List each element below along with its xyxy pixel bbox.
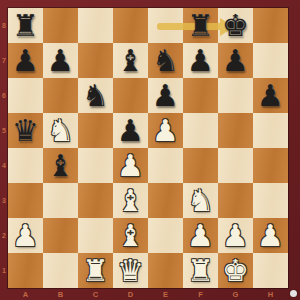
piece-white-king-g1[interactable]: ♚ <box>222 253 249 288</box>
square-b8[interactable] <box>43 8 78 43</box>
square-d4[interactable]: ♟ <box>113 148 148 183</box>
square-a3[interactable] <box>8 183 43 218</box>
square-e1[interactable] <box>148 253 183 288</box>
piece-white-bishop-d3[interactable]: ♝ <box>117 183 144 218</box>
square-h4[interactable] <box>253 148 288 183</box>
piece-black-pawn-a7[interactable]: ♟ <box>12 43 39 78</box>
piece-white-rook-f1[interactable]: ♜ <box>187 253 214 288</box>
square-f6[interactable] <box>183 78 218 113</box>
square-e2[interactable] <box>148 218 183 253</box>
board: ♜♜♚♟♟♝♞♟♟♞♟♟♛♞♟♟♝♟♝♞♟♝♟♟♟♜♛♜♚ <box>8 8 288 288</box>
file-label-b: B <box>43 288 78 300</box>
square-g4[interactable] <box>218 148 253 183</box>
square-h1[interactable] <box>253 253 288 288</box>
square-a2[interactable]: ♟ <box>8 218 43 253</box>
square-a5[interactable]: ♛ <box>8 113 43 148</box>
file-label-e: E <box>148 288 183 300</box>
square-g2[interactable]: ♟ <box>218 218 253 253</box>
square-g8[interactable]: ♚ <box>218 8 253 43</box>
square-c1[interactable]: ♜ <box>78 253 113 288</box>
square-b1[interactable] <box>43 253 78 288</box>
file-label-a: A <box>8 288 43 300</box>
rank-label-1: 1 <box>0 253 8 288</box>
piece-white-knight-f3[interactable]: ♞ <box>187 183 214 218</box>
square-a1[interactable] <box>8 253 43 288</box>
piece-black-king-g8[interactable]: ♚ <box>222 8 249 43</box>
file-label-c: C <box>78 288 113 300</box>
square-d8[interactable] <box>113 8 148 43</box>
piece-black-bishop-b4[interactable]: ♝ <box>47 148 74 183</box>
square-b7[interactable]: ♟ <box>43 43 78 78</box>
square-b4[interactable]: ♝ <box>43 148 78 183</box>
piece-white-pawn-e5[interactable]: ♟ <box>152 113 179 148</box>
piece-white-knight-b5[interactable]: ♞ <box>47 113 74 148</box>
square-d1[interactable]: ♛ <box>113 253 148 288</box>
square-e5[interactable]: ♟ <box>148 113 183 148</box>
piece-black-rook-a8[interactable]: ♜ <box>12 8 39 43</box>
piece-white-pawn-f2[interactable]: ♟ <box>187 218 214 253</box>
square-h5[interactable] <box>253 113 288 148</box>
square-e4[interactable] <box>148 148 183 183</box>
square-d7[interactable]: ♝ <box>113 43 148 78</box>
square-e3[interactable] <box>148 183 183 218</box>
piece-white-pawn-d4[interactable]: ♟ <box>117 148 144 183</box>
rank-label-2: 2 <box>0 218 8 253</box>
rank-label-8: 8 <box>0 8 8 43</box>
square-c2[interactable] <box>78 218 113 253</box>
file-label-d: D <box>113 288 148 300</box>
piece-black-pawn-g7[interactable]: ♟ <box>222 43 249 78</box>
square-c3[interactable] <box>78 183 113 218</box>
piece-black-pawn-h6[interactable]: ♟ <box>257 78 284 113</box>
square-d5[interactable]: ♟ <box>113 113 148 148</box>
piece-black-knight-e7[interactable]: ♞ <box>152 43 179 78</box>
square-c8[interactable] <box>78 8 113 43</box>
piece-white-bishop-d2[interactable]: ♝ <box>117 218 144 253</box>
square-g5[interactable] <box>218 113 253 148</box>
square-b6[interactable] <box>43 78 78 113</box>
square-f7[interactable]: ♟ <box>183 43 218 78</box>
piece-white-rook-c1[interactable]: ♜ <box>82 253 109 288</box>
square-h2[interactable]: ♟ <box>253 218 288 253</box>
piece-black-rook-f8[interactable]: ♜ <box>187 8 214 43</box>
square-f1[interactable]: ♜ <box>183 253 218 288</box>
board-frame: ♜♜♚♟♟♝♞♟♟♞♟♟♛♞♟♟♝♟♝♞♟♝♟♟♟♜♛♜♚ 87654321AB… <box>0 0 300 300</box>
piece-white-queen-d1[interactable]: ♛ <box>117 253 144 288</box>
file-label-f: F <box>183 288 218 300</box>
square-c4[interactable] <box>78 148 113 183</box>
square-f5[interactable] <box>183 113 218 148</box>
piece-white-pawn-h2[interactable]: ♟ <box>257 218 284 253</box>
rank-label-6: 6 <box>0 78 8 113</box>
piece-black-pawn-e6[interactable]: ♟ <box>152 78 179 113</box>
rank-label-4: 4 <box>0 148 8 183</box>
square-a6[interactable] <box>8 78 43 113</box>
square-a4[interactable] <box>8 148 43 183</box>
square-c5[interactable] <box>78 113 113 148</box>
square-f3[interactable]: ♞ <box>183 183 218 218</box>
square-g6[interactable] <box>218 78 253 113</box>
square-c6[interactable]: ♞ <box>78 78 113 113</box>
rank-label-5: 5 <box>0 113 8 148</box>
square-h6[interactable]: ♟ <box>253 78 288 113</box>
square-d2[interactable]: ♝ <box>113 218 148 253</box>
square-h3[interactable] <box>253 183 288 218</box>
square-f8[interactable]: ♜ <box>183 8 218 43</box>
piece-black-pawn-b7[interactable]: ♟ <box>47 43 74 78</box>
piece-black-queen-a5[interactable]: ♛ <box>12 113 39 148</box>
piece-black-pawn-f7[interactable]: ♟ <box>187 43 214 78</box>
square-g1[interactable]: ♚ <box>218 253 253 288</box>
rank-label-7: 7 <box>0 43 8 78</box>
rank-label-3: 3 <box>0 183 8 218</box>
square-b5[interactable]: ♞ <box>43 113 78 148</box>
square-d3[interactable]: ♝ <box>113 183 148 218</box>
square-h8[interactable] <box>253 8 288 43</box>
square-a7[interactable]: ♟ <box>8 43 43 78</box>
square-c7[interactable] <box>78 43 113 78</box>
piece-black-pawn-d5[interactable]: ♟ <box>117 113 144 148</box>
square-e6[interactable]: ♟ <box>148 78 183 113</box>
corner-dot <box>290 290 297 297</box>
square-g7[interactable]: ♟ <box>218 43 253 78</box>
square-h7[interactable] <box>253 43 288 78</box>
piece-white-pawn-g2[interactable]: ♟ <box>222 218 249 253</box>
piece-black-bishop-d7[interactable]: ♝ <box>117 43 144 78</box>
file-label-h: H <box>253 288 288 300</box>
square-a8[interactable]: ♜ <box>8 8 43 43</box>
square-f4[interactable] <box>183 148 218 183</box>
file-label-g: G <box>218 288 253 300</box>
square-g3[interactable] <box>218 183 253 218</box>
square-b3[interactable] <box>43 183 78 218</box>
square-d6[interactable] <box>113 78 148 113</box>
square-b2[interactable] <box>43 218 78 253</box>
square-e7[interactable]: ♞ <box>148 43 183 78</box>
square-f2[interactable]: ♟ <box>183 218 218 253</box>
piece-white-pawn-a2[interactable]: ♟ <box>12 218 39 253</box>
piece-black-knight-c6[interactable]: ♞ <box>82 78 109 113</box>
